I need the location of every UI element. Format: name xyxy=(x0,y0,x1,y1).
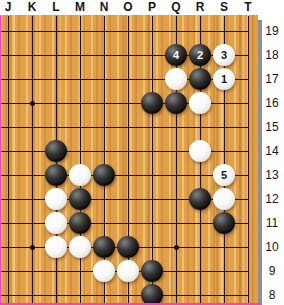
column-label: O xyxy=(116,0,140,15)
black-stone xyxy=(93,236,115,258)
black-stone xyxy=(189,68,211,90)
white-stone xyxy=(117,260,139,282)
column-label: N xyxy=(92,0,116,15)
black-stone xyxy=(213,212,235,234)
black-stone xyxy=(69,212,91,234)
row-label: 8 xyxy=(260,287,284,303)
star-point xyxy=(30,245,35,250)
black-stone xyxy=(69,188,91,210)
grid-line-horizontal xyxy=(0,79,249,80)
black-stone xyxy=(165,92,187,114)
column-label: J xyxy=(0,0,20,15)
white-stone xyxy=(45,236,67,258)
grid-line-horizontal xyxy=(0,103,249,104)
stone-move-number: 3 xyxy=(221,50,227,61)
black-stone xyxy=(45,164,67,186)
row-label: 15 xyxy=(260,119,284,135)
black-stone: 2 xyxy=(189,44,211,66)
stone-move-number: 4 xyxy=(173,50,179,61)
row-label: 9 xyxy=(260,263,284,279)
column-label: M xyxy=(68,0,92,15)
stone-move-number: 5 xyxy=(221,170,227,181)
row-label: 17 xyxy=(260,71,284,87)
stone-move-number: 2 xyxy=(197,50,203,61)
column-label: P xyxy=(140,0,164,15)
grid-line-horizontal xyxy=(0,295,249,296)
white-stone xyxy=(45,188,67,210)
white-stone xyxy=(189,92,211,114)
black-stone xyxy=(117,236,139,258)
row-label: 11 xyxy=(260,215,284,231)
grid-line-horizontal xyxy=(0,31,249,32)
column-label: Q xyxy=(164,0,188,15)
black-stone xyxy=(93,164,115,186)
black-stone xyxy=(141,284,163,305)
black-stone: 4 xyxy=(165,44,187,66)
white-stone: 1 xyxy=(213,68,235,90)
column-label: L xyxy=(44,0,68,15)
black-stone xyxy=(141,92,163,114)
white-stone xyxy=(165,68,187,90)
row-label: 13 xyxy=(260,167,284,183)
white-stone xyxy=(93,260,115,282)
white-stone xyxy=(189,140,211,162)
black-stone xyxy=(45,140,67,162)
row-label: 12 xyxy=(260,191,284,207)
black-stone xyxy=(141,260,163,282)
white-stone xyxy=(45,212,67,234)
black-stone xyxy=(189,188,211,210)
column-label: S xyxy=(212,0,236,15)
row-label: 19 xyxy=(260,23,284,39)
grid-line-vertical xyxy=(8,16,9,303)
go-board[interactable]: 12345 xyxy=(0,15,258,305)
grid-line-vertical xyxy=(248,16,249,303)
column-label: R xyxy=(188,0,212,15)
white-stone: 3 xyxy=(213,44,235,66)
stone-move-number: 1 xyxy=(221,74,227,85)
row-label: 10 xyxy=(260,239,284,255)
row-label: 18 xyxy=(260,47,284,63)
crop-border-left xyxy=(0,15,1,305)
go-board-widget: JKLMNOPQRST 12345 1918171615141312111098 xyxy=(0,0,284,305)
star-point xyxy=(174,245,179,250)
row-label: 14 xyxy=(260,143,284,159)
grid-line-horizontal xyxy=(0,55,249,56)
white-stone xyxy=(69,236,91,258)
column-label: T xyxy=(236,0,260,15)
grid-line-horizontal xyxy=(0,151,249,152)
grid-line-vertical xyxy=(32,16,33,303)
white-stone xyxy=(69,164,91,186)
white-stone: 5 xyxy=(213,164,235,186)
column-label: K xyxy=(20,0,44,15)
row-label: 16 xyxy=(260,95,284,111)
grid-line-horizontal xyxy=(0,127,249,128)
grid-line-horizontal xyxy=(0,175,249,176)
grid-line-horizontal xyxy=(0,223,249,224)
white-stone xyxy=(213,188,235,210)
grid-line-horizontal xyxy=(0,199,249,200)
grid-line-vertical xyxy=(80,16,81,303)
star-point xyxy=(30,101,35,106)
